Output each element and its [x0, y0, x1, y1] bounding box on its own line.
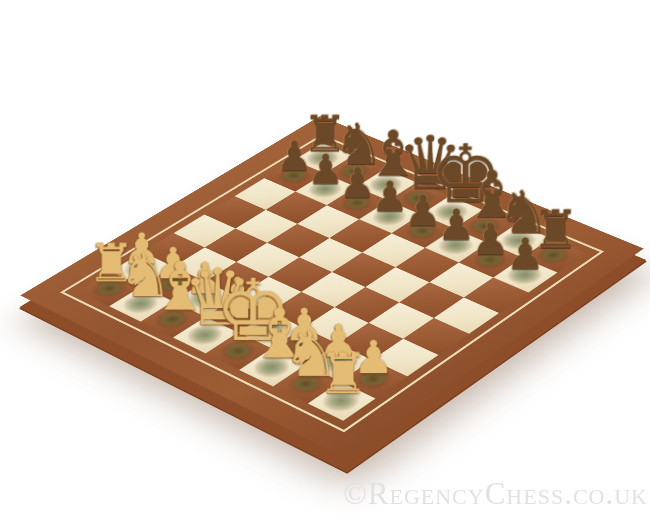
black-rook: ♜: [532, 205, 577, 255]
black-knight: ♞: [333, 117, 376, 171]
square-g5: [399, 282, 464, 318]
watermark: ©RegencyChess.co.uk: [343, 476, 648, 512]
black-knight: ♞: [497, 184, 542, 240]
black-bishop: ♝: [463, 165, 507, 227]
product-photo-scene: ♜♞♝♛♚♝♞♜♟♟♟♟♟♟♟♟♟♟♟♟♟♟♟♟♜♞♝♛♚♝♞♜ ©Regenc…: [0, 0, 650, 520]
playing-area: ♜♞♝♛♚♝♞♜♟♟♟♟♟♟♟♟♟♟♟♟♟♟♟♟♜♞♝♛♚♝♞♜: [78, 143, 586, 421]
square-e1: ♚: [206, 333, 272, 370]
black-rook: ♜: [302, 111, 344, 158]
chess-board: ♜♞♝♛♚♝♞♜♟♟♟♟♟♟♟♟♟♟♟♟♟♟♟♟♜♞♝♛♚♝♞♜: [20, 116, 643, 458]
square-b3: [173, 247, 236, 281]
